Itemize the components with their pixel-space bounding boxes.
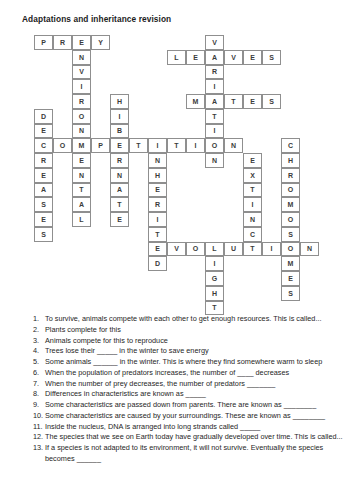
clue-text: Differences in characteristics are known… [45, 389, 350, 400]
grid-empty-cell [167, 35, 186, 50]
grid-empty-cell [148, 271, 167, 286]
grid-empty-cell [281, 124, 300, 139]
grid-empty-cell [300, 94, 319, 109]
grid-empty-cell [243, 256, 262, 271]
grid-empty-cell [34, 50, 53, 65]
grid-cell: R [34, 153, 53, 168]
grid-empty-cell [167, 183, 186, 198]
grid-cell: M [281, 197, 300, 212]
grid-empty-cell [53, 286, 72, 301]
grid-empty-cell [129, 35, 148, 50]
grid-empty-cell [53, 109, 72, 124]
grid-cell: E [72, 153, 91, 168]
grid-cell: T [148, 227, 167, 242]
grid-cell: L [205, 242, 224, 257]
grid-cell: P [34, 35, 53, 50]
grid-cell: A [205, 50, 224, 65]
grid-empty-cell [148, 35, 167, 50]
grid-cell: L [167, 50, 186, 65]
grid-cell: O [281, 212, 300, 227]
grid-empty-cell [186, 271, 205, 286]
grid-empty-cell [186, 65, 205, 80]
grid-empty-cell [34, 256, 53, 271]
grid-cell: N [224, 138, 243, 153]
grid-empty-cell [91, 197, 110, 212]
grid-cell: T [167, 138, 186, 153]
grid-empty-cell [129, 212, 148, 227]
grid-cell: I [72, 79, 91, 94]
clue-item: 11.Inside the nucleus, DNA is arranged i… [33, 422, 350, 433]
grid-empty-cell [53, 65, 72, 80]
grid-empty-cell [110, 50, 129, 65]
grid-empty-cell [243, 79, 262, 94]
grid-empty-cell [34, 271, 53, 286]
grid-cell: S [34, 197, 53, 212]
grid-cell: E [34, 168, 53, 183]
grid-cell: E [72, 35, 91, 50]
grid-empty-cell [281, 50, 300, 65]
grid-empty-cell [91, 50, 110, 65]
grid-cell: U [224, 242, 243, 257]
grid-empty-cell [243, 286, 262, 301]
grid-empty-cell [91, 242, 110, 257]
grid-cell: I [205, 124, 224, 139]
grid-empty-cell [224, 124, 243, 139]
grid-cell: O [281, 183, 300, 198]
grid-empty-cell [148, 109, 167, 124]
grid-empty-cell [205, 227, 224, 242]
grid-empty-cell [300, 256, 319, 271]
grid-empty-cell [72, 227, 91, 242]
grid-empty-cell [53, 124, 72, 139]
grid-empty-cell [224, 183, 243, 198]
grid-empty-cell [91, 168, 110, 183]
grid-cell: D [34, 109, 53, 124]
grid-cell: L [72, 212, 91, 227]
grid-empty-cell [300, 138, 319, 153]
grid-empty-cell [224, 271, 243, 286]
grid-empty-cell [53, 94, 72, 109]
grid-cell: C [34, 138, 53, 153]
grid-cell: N [243, 212, 262, 227]
grid-empty-cell [53, 212, 72, 227]
grid-cell: E [243, 153, 262, 168]
grid-empty-cell [262, 65, 281, 80]
grid-empty-cell [262, 256, 281, 271]
grid-empty-cell [262, 168, 281, 183]
page-title: Adaptations and inheritance revision [22, 14, 171, 24]
grid-cell: O [281, 242, 300, 257]
grid-empty-cell [167, 168, 186, 183]
grid-empty-cell [224, 109, 243, 124]
grid-empty-cell [129, 256, 148, 271]
grid-empty-cell [224, 79, 243, 94]
clue-text: Plants complete for this [45, 325, 350, 336]
clue-number: 6. [33, 368, 45, 379]
clue-number: 2. [33, 325, 45, 336]
grid-empty-cell [91, 153, 110, 168]
grid-empty-cell [186, 197, 205, 212]
grid-cell: X [243, 168, 262, 183]
grid-empty-cell [186, 35, 205, 50]
grid-empty-cell [243, 65, 262, 80]
grid-empty-cell [53, 242, 72, 257]
grid-empty-cell [129, 286, 148, 301]
grid-empty-cell [91, 79, 110, 94]
grid-empty-cell [167, 65, 186, 80]
grid-empty-cell [262, 153, 281, 168]
grid-empty-cell [243, 35, 262, 50]
grid-empty-cell [91, 183, 110, 198]
grid-empty-cell [110, 227, 129, 242]
grid-cell: Y [91, 35, 110, 50]
grid-cell: A [110, 183, 129, 198]
grid-empty-cell [167, 256, 186, 271]
grid-cell: T [224, 94, 243, 109]
clue-number: 9. [33, 400, 45, 411]
grid-empty-cell [53, 227, 72, 242]
grid-cell: R [148, 197, 167, 212]
grid-empty-cell [91, 212, 110, 227]
grid-cell: T [243, 183, 262, 198]
grid-empty-cell [34, 286, 53, 301]
clue-item: 3.Animals compete for this to reproduce [33, 336, 350, 347]
grid-cell: N [72, 168, 91, 183]
grid-empty-cell [91, 256, 110, 271]
grid-empty-cell [148, 65, 167, 80]
grid-cell: N [148, 153, 167, 168]
grid-cell: H [110, 94, 129, 109]
grid-empty-cell [167, 227, 186, 242]
clue-number: 10. [33, 411, 45, 422]
grid-empty-cell [148, 50, 167, 65]
clue-item: 12.The species that we see on Earth toda… [33, 432, 350, 443]
clue-number: 13. [33, 443, 45, 465]
grid-cell: D [148, 256, 167, 271]
grid-empty-cell [110, 242, 129, 257]
grid-empty-cell [167, 124, 186, 139]
grid-empty-cell [129, 227, 148, 242]
grid-empty-cell [34, 65, 53, 80]
grid-cell: E [186, 50, 205, 65]
grid-cell: V [72, 65, 91, 80]
clue-number: 3. [33, 336, 45, 347]
grid-empty-cell [148, 94, 167, 109]
clue-item: 10.Some characteristics are caused by yo… [33, 411, 350, 422]
grid-empty-cell [167, 94, 186, 109]
grid-cell: C [281, 138, 300, 153]
grid-empty-cell [186, 286, 205, 301]
grid-cell: T [110, 197, 129, 212]
grid-empty-cell [34, 242, 53, 257]
clue-list: 1.To survive, animals compete with each … [33, 314, 350, 465]
grid-empty-cell [53, 153, 72, 168]
grid-cell: O [72, 109, 91, 124]
clue-item: 9.Some characteristics are passed down f… [33, 400, 350, 411]
grid-empty-cell [167, 109, 186, 124]
grid-empty-cell [224, 197, 243, 212]
grid-cell: N [205, 153, 224, 168]
grid-empty-cell [281, 109, 300, 124]
grid-empty-cell [243, 124, 262, 139]
crossword-grid: PREYVNLEAVESVRIIRHMATESDOITENBICOMPETITI… [34, 35, 319, 315]
grid-empty-cell [129, 197, 148, 212]
grid-cell: M [186, 94, 205, 109]
grid-empty-cell [129, 124, 148, 139]
grid-empty-cell [300, 50, 319, 65]
grid-empty-cell [129, 79, 148, 94]
grid-empty-cell [262, 79, 281, 94]
grid-cell: E [148, 242, 167, 257]
grid-cell: E [281, 271, 300, 286]
clue-number: 11. [33, 422, 45, 433]
grid-cell: H [205, 286, 224, 301]
clue-text: Animals compete for this to reproduce [45, 336, 350, 347]
grid-empty-cell [186, 124, 205, 139]
grid-empty-cell [53, 79, 72, 94]
grid-empty-cell [53, 271, 72, 286]
clue-number: 12. [33, 432, 45, 443]
grid-empty-cell [262, 286, 281, 301]
grid-empty-cell [186, 227, 205, 242]
clue-text: The species that we see on Earth today h… [45, 432, 350, 443]
grid-cell: B [110, 124, 129, 139]
grid-empty-cell [129, 50, 148, 65]
grid-empty-cell [167, 197, 186, 212]
grid-empty-cell [53, 256, 72, 271]
clue-item: 6.When the population of predators incre… [33, 368, 350, 379]
grid-cell: I [186, 138, 205, 153]
clue-item: 7.When the number of prey decreases, the… [33, 379, 350, 390]
grid-empty-cell [110, 65, 129, 80]
grid-empty-cell [262, 124, 281, 139]
grid-empty-cell [129, 153, 148, 168]
grid-empty-cell [224, 286, 243, 301]
grid-empty-cell [167, 271, 186, 286]
grid-empty-cell [224, 65, 243, 80]
grid-cell: E [243, 50, 262, 65]
grid-cell: T [129, 138, 148, 153]
grid-empty-cell [129, 94, 148, 109]
grid-cell: V [224, 50, 243, 65]
grid-empty-cell [53, 168, 72, 183]
clue-number: 1. [33, 314, 45, 325]
grid-cell: T [72, 183, 91, 198]
grid-cell: M [281, 256, 300, 271]
grid-cell: A [34, 183, 53, 198]
grid-empty-cell [300, 124, 319, 139]
grid-empty-cell [262, 183, 281, 198]
grid-empty-cell [186, 212, 205, 227]
grid-empty-cell [148, 286, 167, 301]
grid-empty-cell [167, 153, 186, 168]
grid-empty-cell [205, 212, 224, 227]
grid-empty-cell [281, 79, 300, 94]
grid-cell: V [205, 35, 224, 50]
grid-empty-cell [281, 35, 300, 50]
clue-number: 5. [33, 357, 45, 368]
grid-cell: E [243, 94, 262, 109]
grid-cell: A [72, 197, 91, 212]
grid-empty-cell [186, 256, 205, 271]
grid-cell: E [34, 124, 53, 139]
grid-empty-cell [91, 286, 110, 301]
grid-empty-cell [91, 109, 110, 124]
grid-empty-cell [129, 168, 148, 183]
grid-empty-cell [300, 271, 319, 286]
grid-empty-cell [72, 242, 91, 257]
grid-empty-cell [300, 286, 319, 301]
grid-empty-cell [53, 50, 72, 65]
grid-empty-cell [34, 94, 53, 109]
grid-empty-cell [300, 79, 319, 94]
clue-text: To survive, animals compete with each ot… [45, 314, 350, 325]
grid-cell: R [205, 65, 224, 80]
grid-empty-cell [262, 197, 281, 212]
grid-empty-cell [53, 183, 72, 198]
grid-empty-cell [224, 256, 243, 271]
grid-empty-cell [300, 212, 319, 227]
grid-empty-cell [129, 109, 148, 124]
grid-empty-cell [72, 271, 91, 286]
grid-empty-cell [262, 271, 281, 286]
clue-item: 1.To survive, animals compete with each … [33, 314, 350, 325]
clue-text: Inside the nucleus, DNA is arranged into… [45, 422, 350, 433]
grid-empty-cell [224, 35, 243, 50]
grid-empty-cell [129, 183, 148, 198]
grid-cell: S [262, 94, 281, 109]
grid-empty-cell [148, 124, 167, 139]
grid-empty-cell [300, 168, 319, 183]
grid-empty-cell [262, 35, 281, 50]
grid-cell: I [262, 242, 281, 257]
grid-empty-cell [224, 212, 243, 227]
grid-cell: I [148, 138, 167, 153]
worksheet-page: { "title": "Adaptations and inheritance … [0, 0, 353, 500]
grid-empty-cell [110, 286, 129, 301]
grid-empty-cell [34, 79, 53, 94]
grid-empty-cell [300, 35, 319, 50]
clue-text: Some animals ______ in the winter. This … [45, 357, 350, 368]
grid-empty-cell [243, 271, 262, 286]
grid-empty-cell [281, 65, 300, 80]
grid-empty-cell [110, 35, 129, 50]
grid-empty-cell [205, 168, 224, 183]
grid-empty-cell [72, 256, 91, 271]
grid-empty-cell [262, 227, 281, 242]
grid-cell: H [281, 153, 300, 168]
grid-cell: R [110, 153, 129, 168]
grid-empty-cell [186, 79, 205, 94]
grid-empty-cell [110, 271, 129, 286]
grid-cell: T [243, 242, 262, 257]
grid-cell: S [34, 227, 53, 242]
grid-empty-cell [186, 153, 205, 168]
grid-cell: R [72, 94, 91, 109]
grid-empty-cell [300, 183, 319, 198]
grid-empty-cell [91, 94, 110, 109]
grid-empty-cell [129, 65, 148, 80]
grid-empty-cell [186, 168, 205, 183]
grid-cell: I [243, 197, 262, 212]
clue-text: When the population of predators increas… [45, 368, 350, 379]
grid-empty-cell [281, 94, 300, 109]
grid-empty-cell [167, 79, 186, 94]
grid-empty-cell [91, 65, 110, 80]
grid-empty-cell [167, 286, 186, 301]
grid-empty-cell [243, 109, 262, 124]
grid-empty-cell [262, 109, 281, 124]
grid-empty-cell [205, 197, 224, 212]
clue-text: If a species is not adapted to its envir… [45, 443, 350, 465]
grid-cell: I [205, 256, 224, 271]
grid-empty-cell [110, 79, 129, 94]
grid-cell: E [110, 138, 129, 153]
grid-cell: E [34, 212, 53, 227]
grid-cell: E [110, 212, 129, 227]
grid-cell: O [205, 138, 224, 153]
grid-cell: S [281, 227, 300, 242]
clue-number: 8. [33, 389, 45, 400]
grid-cell: R [53, 35, 72, 50]
clue-text: Some characteristics are passed down fro… [45, 400, 350, 411]
grid-empty-cell [91, 271, 110, 286]
clue-text: Trees lose their _____ in the winter to … [45, 346, 350, 357]
grid-cell: G [205, 271, 224, 286]
grid-cell: V [167, 242, 186, 257]
grid-empty-cell [148, 79, 167, 94]
clue-item: 13.If a species is not adapted to its en… [33, 443, 350, 465]
grid-empty-cell [300, 153, 319, 168]
grid-empty-cell [224, 227, 243, 242]
grid-cell: H [148, 168, 167, 183]
grid-empty-cell [186, 109, 205, 124]
grid-cell: S [281, 286, 300, 301]
grid-empty-cell [91, 227, 110, 242]
grid-empty-cell [72, 286, 91, 301]
clue-item: 5.Some animals ______ in the winter. Thi… [33, 357, 350, 368]
clue-item: 8.Differences in characteristics are kno… [33, 389, 350, 400]
grid-cell: N [300, 242, 319, 257]
grid-empty-cell [262, 138, 281, 153]
grid-empty-cell [300, 227, 319, 242]
grid-empty-cell [300, 65, 319, 80]
grid-empty-cell [53, 197, 72, 212]
grid-cell: E [148, 183, 167, 198]
grid-empty-cell [110, 256, 129, 271]
grid-empty-cell [224, 168, 243, 183]
grid-cell: N [110, 168, 129, 183]
grid-empty-cell [243, 138, 262, 153]
grid-cell: I [110, 109, 129, 124]
grid-empty-cell [300, 197, 319, 212]
grid-cell: I [148, 212, 167, 227]
grid-cell: O [186, 242, 205, 257]
grid-empty-cell [167, 212, 186, 227]
clue-item: 4.Trees lose their _____ in the winter t… [33, 346, 350, 357]
grid-empty-cell [205, 183, 224, 198]
clue-text: Some characteristics are caused by your … [45, 411, 350, 422]
grid-cell: N [72, 124, 91, 139]
grid-cell: P [91, 138, 110, 153]
grid-empty-cell [186, 183, 205, 198]
grid-empty-cell [129, 271, 148, 286]
grid-cell: S [262, 50, 281, 65]
clue-item: 2.Plants complete for this [33, 325, 350, 336]
grid-empty-cell [300, 109, 319, 124]
grid-cell: M [72, 138, 91, 153]
clue-number: 7. [33, 379, 45, 390]
